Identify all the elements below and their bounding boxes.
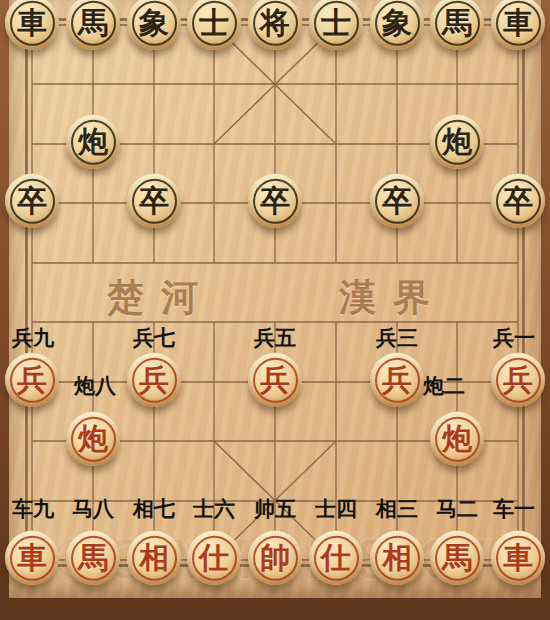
piece-glyph: 兵 [127,353,181,407]
label-back-rank-file: 车一 [493,495,535,523]
piece-black-卒[interactable]: 卒 [5,174,59,228]
piece-glyph: 馬 [430,531,484,585]
piece-glyph: 士 [187,0,241,50]
piece-glyph: 卒 [127,174,181,228]
piece-red-馬[interactable]: 馬 [66,531,120,585]
piece-black-馬[interactable]: 馬 [430,0,484,50]
piece-black-将[interactable]: 将 [248,0,302,50]
piece-glyph: 炮 [66,412,120,466]
label-cannon-file: 炮八 [74,372,116,400]
piece-black-車[interactable]: 車 [5,0,59,50]
piece-glyph: 兵 [248,353,302,407]
piece-glyph: 帥 [248,531,302,585]
piece-red-相[interactable]: 相 [370,531,424,585]
piece-red-馬[interactable]: 馬 [430,531,484,585]
label-back-rank-file: 士四 [315,495,357,523]
piece-black-象[interactable]: 象 [370,0,424,50]
piece-glyph: 馬 [66,0,120,50]
piece-glyph: 炮 [430,412,484,466]
piece-black-馬[interactable]: 馬 [66,0,120,50]
piece-red-兵[interactable]: 兵 [370,353,424,407]
piece-glyph: 相 [127,531,181,585]
label-back-rank-file: 车九 [12,495,54,523]
xiangqi-board-window: 楚河 漢界 ©GAMERSKY 兵九兵七兵五兵三兵一炮八炮二车九马八相七士六帅五… [0,0,550,620]
piece-black-士[interactable]: 士 [309,0,363,50]
label-back-rank-file: 相三 [376,495,418,523]
piece-red-帥[interactable]: 帥 [248,531,302,585]
piece-red-兵[interactable]: 兵 [248,353,302,407]
piece-red-車[interactable]: 車 [5,531,59,585]
label-pawn-file: 兵一 [493,324,535,352]
label-pawn-file: 兵五 [254,324,296,352]
piece-red-炮[interactable]: 炮 [430,412,484,466]
piece-glyph: 車 [5,531,59,585]
piece-glyph: 兵 [370,353,424,407]
piece-glyph: 卒 [491,174,545,228]
piece-glyph: 象 [370,0,424,50]
piece-glyph: 馬 [66,531,120,585]
piece-glyph: 兵 [491,353,545,407]
piece-glyph: 卒 [248,174,302,228]
piece-red-兵[interactable]: 兵 [127,353,181,407]
river-text-right: 漢界 [339,273,447,323]
label-cannon-file: 炮二 [423,372,465,400]
piece-glyph: 卒 [5,174,59,228]
piece-red-仕[interactable]: 仕 [309,531,363,585]
piece-red-車[interactable]: 車 [491,531,545,585]
piece-black-象[interactable]: 象 [127,0,181,50]
piece-glyph: 車 [491,531,545,585]
piece-red-相[interactable]: 相 [127,531,181,585]
piece-black-車[interactable]: 車 [491,0,545,50]
piece-black-炮[interactable]: 炮 [430,115,484,169]
piece-glyph: 相 [370,531,424,585]
label-back-rank-file: 帅五 [254,495,296,523]
piece-glyph: 炮 [430,115,484,169]
piece-black-卒[interactable]: 卒 [491,174,545,228]
label-back-rank-file: 士六 [193,495,235,523]
piece-black-卒[interactable]: 卒 [248,174,302,228]
piece-glyph: 将 [248,0,302,50]
piece-red-兵[interactable]: 兵 [491,353,545,407]
label-pawn-file: 兵九 [12,324,54,352]
label-back-rank-file: 马二 [436,495,478,523]
piece-black-士[interactable]: 士 [187,0,241,50]
piece-glyph: 車 [5,0,59,50]
piece-glyph: 兵 [5,353,59,407]
piece-red-兵[interactable]: 兵 [5,353,59,407]
piece-glyph: 仕 [309,531,363,585]
piece-black-卒[interactable]: 卒 [370,174,424,228]
piece-black-卒[interactable]: 卒 [127,174,181,228]
piece-glyph: 仕 [187,531,241,585]
label-pawn-file: 兵三 [376,324,418,352]
label-back-rank-file: 相七 [133,495,175,523]
piece-glyph: 象 [127,0,181,50]
piece-glyph: 炮 [66,115,120,169]
label-pawn-file: 兵七 [133,324,175,352]
piece-red-仕[interactable]: 仕 [187,531,241,585]
river-text-left: 楚河 [107,273,215,323]
piece-glyph: 卒 [370,174,424,228]
piece-black-炮[interactable]: 炮 [66,115,120,169]
label-back-rank-file: 马八 [72,495,114,523]
piece-glyph: 馬 [430,0,484,50]
piece-glyph: 車 [491,0,545,50]
piece-glyph: 士 [309,0,363,50]
piece-red-炮[interactable]: 炮 [66,412,120,466]
